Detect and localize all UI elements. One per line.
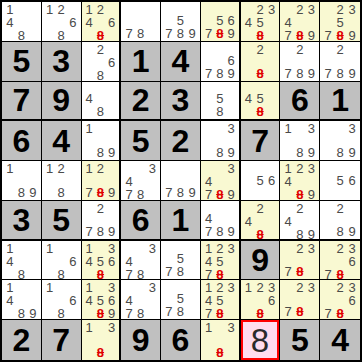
cell-r9c6[interactable]: 138 [201,320,241,360]
empty-candidate-slot [225,255,236,268]
candidate-4: 4 [84,255,95,268]
eliminated-candidate-8: 8 [294,265,306,278]
candidate-2: 2 [294,242,306,255]
cell-r6c1[interactable]: 3 [2,201,42,241]
candidate-grid: 12789 [82,161,120,200]
candidate-9: 9 [225,67,236,80]
candidate-8: 8 [135,27,147,40]
eliminated-candidate-8: 8 [214,307,225,320]
cell-r3c7[interactable]: 458 [241,82,281,122]
empty-candidate-slot [84,202,95,215]
candidate-3: 3 [306,281,318,294]
cell-r9c9[interactable]: 4 [320,320,360,360]
cell-r3c8[interactable]: 6 [280,82,320,122]
candidate-grid: 6789 [201,42,239,81]
cell-r4c5[interactable]: 2 [161,121,201,161]
cell-r8c3[interactable]: 1345689 [82,280,122,320]
candidate-3: 3 [147,281,159,294]
candidate-7: 7 [282,265,294,278]
cell-r7c2[interactable]: 168 [42,241,82,281]
solved-digit: 2 [12,324,30,356]
empty-candidate-slot [266,83,278,93]
cell-r6c4[interactable]: 6 [121,201,161,241]
candidate-8: 8 [175,27,187,40]
candidate-grid: 289 [320,201,360,239]
eliminated-candidate-8: 8 [95,29,106,42]
empty-candidate-slot [322,146,334,159]
cell-r2c7[interactable]: 28 [241,42,281,82]
candidate-2: 2 [334,281,346,294]
empty-candidate-slot [322,122,334,135]
cell-r9c8[interactable]: 5 [280,320,320,360]
empty-candidate-slot [186,252,198,265]
candidate-6: 6 [346,255,358,268]
solved-digit: 3 [12,204,30,236]
empty-candidate-slot [282,56,294,67]
empty-candidate-slot [306,265,318,278]
empty-candidate-slot [266,202,278,215]
cell-r8c4[interactable]: 3478 [121,280,161,320]
cell-r9c4[interactable]: 9 [121,320,161,360]
candidate-4: 4 [4,16,16,29]
empty-candidate-slot [123,242,135,255]
candidate-5: 5 [175,14,187,27]
cell-r7c8[interactable]: 2378 [280,241,320,281]
candidate-3: 3 [106,242,117,255]
cell-r8c7[interactable]: 12368 [241,280,281,320]
empty-candidate-slot [334,187,346,199]
cell-r2c6[interactable]: 6789 [201,42,241,82]
candidate-3: 3 [147,162,159,175]
candidate-grid: 12368 [241,280,280,319]
empty-candidate-slot [306,215,318,228]
cell-r7c5[interactable]: 578 [161,241,201,281]
candidate-grid: 168 [42,241,81,280]
empty-candidate-slot [346,202,358,215]
candidate-grid: 28 [241,42,280,81]
empty-candidate-slot [84,146,95,159]
empty-candidate-slot [16,162,28,175]
cell-r3c6[interactable]: 58 [201,82,241,122]
empty-candidate-slot [243,294,255,307]
empty-candidate-slot [186,281,198,292]
sudoku-board: 1481268124687857895678923458234789235789… [0,0,362,362]
empty-candidate-slot [55,255,67,268]
candidate-6: 6 [266,294,278,307]
empty-candidate-slot [4,175,16,186]
cell-r2c2[interactable]: 3 [42,42,82,82]
eliminated-candidate-8: 8 [254,29,266,42]
empty-candidate-slot [243,202,255,215]
candidate-grid: 23678 [320,280,360,319]
candidate-grid: 2378 [280,241,319,280]
candidate-grid: 5789 [161,2,200,41]
cell-r4c9[interactable]: 389 [320,121,360,161]
candidate-3: 3 [147,242,159,255]
cell-r6c9[interactable]: 289 [320,201,360,241]
candidate-grid: 134568 [82,241,120,280]
empty-candidate-slot [294,122,306,135]
cell-r8c1[interactable]: 1489 [2,280,42,320]
candidate-9: 9 [225,146,236,159]
candidate-8: 8 [55,186,67,199]
empty-candidate-slot [95,321,106,334]
empty-candidate-slot [135,15,147,27]
empty-candidate-slot [266,92,278,105]
empty-candidate-slot [266,105,278,118]
eliminated-candidate-8: 8 [294,305,306,318]
empty-candidate-slot [322,56,334,67]
empty-candidate-slot [322,187,334,199]
candidate-9: 9 [225,27,236,40]
candidate-grid: 2378 [280,280,319,319]
candidate-grid: 48 [82,82,120,120]
cell-r3c1[interactable]: 7 [2,82,42,122]
candidate-8: 8 [175,265,187,278]
cell-r5c1[interactable]: 189 [2,161,42,201]
cell-r4c4[interactable]: 5 [121,121,161,161]
candidate-grid: 23678 [320,241,360,280]
empty-candidate-slot [203,334,214,346]
candidate-7: 7 [163,186,175,199]
candidate-grid: 138 [82,320,120,360]
cell-r6c7[interactable]: 248 [241,201,281,241]
candidate-7: 7 [84,186,95,199]
cell-r9c1[interactable]: 2 [2,320,42,360]
candidate-2: 2 [55,162,67,175]
empty-candidate-slot [306,56,318,67]
empty-candidate-slot [44,268,56,281]
cell-r1c1[interactable]: 148 [2,2,42,42]
candidate-9: 9 [225,225,236,238]
solved-digit: 3 [172,84,190,116]
cell-r2c8[interactable]: 2789 [280,42,320,82]
empty-candidate-slot [44,186,56,199]
empty-candidate-slot [16,242,28,255]
candidate-5: 5 [214,255,225,268]
empty-candidate-slot [163,242,175,253]
eliminated-candidate-8: 8 [214,346,225,359]
candidate-6: 6 [106,16,117,29]
cell-r5c7[interactable]: 56 [241,161,281,201]
cell-r5c5[interactable]: 789 [161,161,201,201]
empty-candidate-slot [266,16,278,29]
cell-r2c4[interactable]: 1 [121,42,161,82]
candidate-grid: 148 [2,2,41,41]
solved-digit: 5 [52,204,70,236]
candidate-9: 9 [186,186,198,199]
empty-candidate-slot [346,307,358,320]
empty-candidate-slot [243,162,255,174]
candidate-4: 4 [243,92,255,105]
cell-r2c3[interactable]: 268 [82,42,122,82]
cell-r9c5[interactable]: 6 [161,320,201,360]
empty-candidate-slot [243,56,255,67]
candidate-4: 4 [203,255,214,268]
candidate-8: 8 [214,67,225,80]
empty-candidate-slot [163,14,175,27]
empty-candidate-slot [44,16,56,29]
empty-candidate-slot [175,162,187,174]
empty-candidate-slot [214,43,225,54]
empty-candidate-slot [254,187,266,199]
empty-candidate-slot [67,175,79,186]
cell-r7c3[interactable]: 134568 [82,241,122,281]
cell-r6c8[interactable]: 2489 [280,201,320,241]
candidate-9: 9 [306,146,318,159]
empty-candidate-slot [4,268,16,281]
solved-digit: 1 [331,84,349,116]
candidate-4: 4 [84,92,95,105]
candidate-grid: 3478 [121,241,160,280]
cell-r1c5[interactable]: 5789 [161,2,201,42]
cell-r9c7[interactable]: 8 [241,320,281,360]
empty-candidate-slot [322,135,334,146]
empty-candidate-slot [84,346,95,359]
cell-r7c4[interactable]: 3478 [121,241,161,281]
empty-candidate-slot [186,162,198,174]
candidate-9: 9 [346,225,358,238]
candidate-3: 3 [225,281,236,294]
candidate-grid: 578 [161,241,200,280]
empty-candidate-slot [135,281,147,294]
empty-candidate-slot [135,162,147,175]
candidate-6: 6 [106,56,117,69]
empty-candidate-slot [266,187,278,199]
empty-candidate-slot [123,15,135,27]
cell-r8c6[interactable]: 1234578 [201,280,241,320]
empty-candidate-slot [44,175,56,186]
candidate-grid: 2789 [280,42,319,81]
empty-candidate-slot [203,105,214,118]
eliminated-candidate-8: 8 [334,268,346,281]
empty-candidate-slot [84,56,95,69]
candidate-grid: 4789 [201,201,239,239]
cell-r4c2[interactable]: 4 [42,121,82,161]
eliminated-candidate-8: 8 [95,346,106,359]
empty-candidate-slot [282,135,294,146]
candidate-8: 8 [55,268,67,281]
candidate-8: 8 [175,305,187,318]
cell-r2c1[interactable]: 5 [2,42,42,82]
cell-r1c2[interactable]: 1268 [42,2,82,42]
candidate-2: 2 [95,162,106,175]
empty-candidate-slot [84,43,95,56]
cell-r7c9[interactable]: 23678 [320,241,360,281]
cell-r6c6[interactable]: 4789 [201,201,241,241]
empty-candidate-slot [214,54,225,67]
empty-candidate-slot [67,307,79,320]
empty-candidate-slot [322,3,334,16]
empty-candidate-slot [147,27,159,40]
candidate-9: 9 [106,186,117,199]
solved-digit: 1 [172,204,190,236]
cell-r2c5[interactable]: 4 [161,42,201,82]
empty-candidate-slot [44,255,56,268]
eliminated-candidate-8: 8 [334,307,346,320]
empty-candidate-slot [254,56,266,67]
empty-candidate-slot [84,105,95,118]
cell-r4c8[interactable]: 1389 [280,121,320,161]
cell-r8c2[interactable]: 168 [42,280,82,320]
cell-r3c2[interactable]: 9 [42,82,82,122]
empty-candidate-slot [106,43,117,56]
cell-r1c9[interactable]: 235789 [320,2,360,42]
solved-digit: 6 [12,125,30,157]
empty-candidate-slot [67,186,79,199]
candidate-1: 1 [44,3,56,16]
solved-digit: 6 [172,324,190,356]
empty-candidate-slot [67,162,79,175]
empty-candidate-slot [55,242,67,255]
candidate-grid: 23458 [241,2,280,41]
candidate-grid: 56 [320,161,360,200]
candidate-7: 7 [322,67,334,80]
empty-candidate-slot [95,56,106,69]
candidate-4: 4 [243,16,255,29]
candidate-2: 2 [334,202,346,215]
candidate-2: 2 [95,43,106,56]
cell-r3c4[interactable]: 2 [121,82,161,122]
empty-candidate-slot [306,294,318,305]
empty-candidate-slot [225,43,236,54]
cell-r5c4[interactable]: 3478 [121,161,161,201]
empty-candidate-slot [322,215,334,225]
empty-candidate-slot [306,202,318,215]
candidate-9: 9 [346,67,358,80]
candidate-7: 7 [123,307,135,320]
candidate-grid: 56 [241,161,280,200]
cell-r5c3[interactable]: 12789 [82,161,122,201]
candidate-2: 2 [95,3,106,16]
cell-r7c6[interactable]: 1234578 [201,241,241,281]
candidate-7: 7 [203,225,214,238]
empty-candidate-slot [243,307,255,320]
empty-candidate-slot [4,186,16,199]
candidate-9: 9 [346,29,358,42]
solved-digit: 2 [172,125,190,157]
empty-candidate-slot [186,14,198,27]
cell-r3c9[interactable]: 1 [320,82,360,122]
cell-r3c3[interactable]: 48 [82,82,122,122]
candidate-4: 4 [282,215,294,228]
cell-r6c5[interactable]: 1 [161,201,201,241]
cell-r4c3[interactable]: 189 [82,121,122,161]
candidate-8: 8 [294,228,306,241]
candidate-5: 5 [214,14,225,27]
cell-r5c8[interactable]: 123489 [280,161,320,201]
empty-candidate-slot [84,69,95,82]
cell-r1c4[interactable]: 78 [121,2,161,42]
candidate-grid: 1268 [42,2,81,41]
empty-candidate-slot [203,3,214,14]
cell-r5c6[interactable]: 34789 [201,161,241,201]
cell-r3c5[interactable]: 3 [161,82,201,122]
empty-candidate-slot [147,294,159,307]
empty-candidate-slot [106,334,117,346]
cell-r1c3[interactable]: 12468 [82,2,122,42]
empty-candidate-slot [84,135,95,146]
candidate-grid: 1345689 [82,280,120,319]
cell-r5c2[interactable]: 128 [42,161,82,201]
cell-r9c2[interactable]: 7 [42,320,82,360]
empty-candidate-slot [44,29,56,42]
empty-candidate-slot [203,14,214,27]
empty-candidate-slot [306,43,318,56]
empty-candidate-slot [27,242,39,255]
candidate-7: 7 [123,27,135,40]
empty-candidate-slot [186,292,198,305]
eliminated-candidate-8: 8 [294,29,306,42]
candidate-9: 9 [27,186,39,199]
cell-r4c6[interactable]: 389 [201,121,241,161]
cell-r8c8[interactable]: 2378 [280,280,320,320]
candidate-grid: 235789 [320,2,360,41]
candidate-4: 4 [4,294,16,307]
cell-r2c9[interactable]: 2789 [320,42,360,82]
empty-candidate-slot [67,242,79,255]
empty-candidate-slot [106,105,117,118]
candidate-9: 9 [225,188,236,201]
empty-candidate-slot [203,54,214,67]
empty-candidate-slot [44,294,56,307]
empty-candidate-slot [322,242,334,255]
candidate-1: 1 [44,242,56,255]
empty-candidate-slot [334,122,346,135]
candidate-6: 6 [67,255,79,268]
cell-r7c1[interactable]: 148 [2,241,42,281]
candidate-1: 1 [203,242,214,255]
cell-r4c1[interactable]: 6 [2,121,42,161]
candidate-6: 6 [225,14,236,27]
candidate-grid: 78 [121,2,160,41]
cell-r4c7[interactable]: 7 [241,121,281,161]
empty-candidate-slot [106,346,117,359]
empty-candidate-slot [84,268,95,281]
empty-candidate-slot [27,281,39,294]
empty-candidate-slot [147,307,159,320]
candidate-7: 7 [203,27,214,40]
candidate-3: 3 [346,3,358,16]
empty-candidate-slot [225,334,236,346]
empty-candidate-slot [243,187,255,199]
cell-r7c7[interactable]: 9 [241,241,281,281]
empty-candidate-slot [282,188,294,201]
candidate-grid: 389 [201,121,239,160]
empty-candidate-slot [135,255,147,268]
empty-candidate-slot [322,162,334,174]
empty-candidate-slot [282,281,294,294]
empty-candidate-slot [44,307,56,320]
cell-r1c6[interactable]: 56789 [201,2,241,42]
empty-candidate-slot [55,281,67,294]
cell-r6c3[interactable]: 2789 [82,201,122,241]
empty-candidate-slot [266,56,278,67]
empty-candidate-slot [106,29,117,42]
candidate-grid: 458 [241,82,280,120]
cell-r6c2[interactable]: 5 [42,201,82,241]
cell-r5c9[interactable]: 56 [320,161,360,201]
candidate-8: 8 [95,146,106,159]
cell-r8c5[interactable]: 578 [161,280,201,320]
cell-r8c9[interactable]: 23678 [320,280,360,320]
cell-r1c8[interactable]: 234789 [280,2,320,42]
cell-r9c3[interactable]: 138 [82,320,122,360]
eliminated-candidate-8: 8 [254,67,266,80]
cell-r1c7[interactable]: 23458 [241,2,281,42]
candidate-2: 2 [334,242,346,255]
empty-candidate-slot [266,29,278,42]
